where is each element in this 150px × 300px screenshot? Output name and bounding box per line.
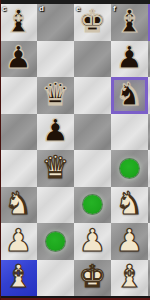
white-pawn-piece[interactable]: ♟ xyxy=(79,225,107,256)
square-e6[interactable] xyxy=(74,77,111,114)
square-d1[interactable] xyxy=(37,260,74,297)
square-f1[interactable]: ♝ xyxy=(111,260,148,297)
chess-board[interactable]: c♝de♚f♝♟♟♛♞♟♛♞♞♟♟♟♝♚♝ xyxy=(0,4,150,296)
square-e8[interactable]: e♚ xyxy=(74,4,111,41)
square-f5[interactable] xyxy=(111,114,148,151)
left-screen-edge xyxy=(0,0,1,300)
square-c5[interactable] xyxy=(0,114,37,151)
white-pawn-piece[interactable]: ♟ xyxy=(116,225,144,256)
square-d3[interactable] xyxy=(37,187,74,224)
black-pawn-piece[interactable]: ♟ xyxy=(5,42,33,73)
black-pawn-piece[interactable]: ♟ xyxy=(116,42,144,73)
square-d7[interactable] xyxy=(37,41,74,78)
square-c3[interactable]: ♞ xyxy=(0,187,37,224)
square-d2[interactable] xyxy=(37,223,74,260)
square-c8[interactable]: c♝ xyxy=(0,4,37,41)
square-d4[interactable]: ♛ xyxy=(37,150,74,187)
black-king-piece[interactable]: ♚ xyxy=(79,6,107,37)
square-e4[interactable] xyxy=(74,150,111,187)
square-c2[interactable]: ♟ xyxy=(0,223,37,260)
file-label-d: d xyxy=(39,4,44,13)
legal-move-dot[interactable] xyxy=(120,159,139,178)
square-c7[interactable]: ♟ xyxy=(0,41,37,78)
square-f3[interactable]: ♞ xyxy=(111,187,148,224)
legal-move-dot[interactable] xyxy=(46,232,65,251)
white-knight-piece[interactable]: ♞ xyxy=(5,188,33,219)
square-g4[interactable] xyxy=(148,150,150,187)
square-e1[interactable]: ♚ xyxy=(74,260,111,297)
square-c4[interactable] xyxy=(0,150,37,187)
legal-move-dot[interactable] xyxy=(83,195,102,214)
square-f7[interactable]: ♟ xyxy=(111,41,148,78)
square-g2[interactable] xyxy=(148,223,150,260)
square-e5[interactable] xyxy=(74,114,111,151)
black-knight-piece[interactable]: ♞ xyxy=(116,79,144,110)
square-f6[interactable]: ♞ xyxy=(111,77,148,114)
square-c1[interactable]: ♝ xyxy=(0,260,37,297)
square-g3[interactable] xyxy=(148,187,150,224)
square-d6[interactable]: ♛ xyxy=(37,77,74,114)
white-bishop-piece[interactable]: ♝ xyxy=(116,261,144,292)
square-g8[interactable] xyxy=(148,4,150,41)
square-g6[interactable] xyxy=(148,77,150,114)
file-label-c: c xyxy=(2,4,6,13)
black-pawn-piece[interactable]: ♟ xyxy=(42,115,70,146)
black-bishop-piece[interactable]: ♝ xyxy=(5,6,33,37)
square-e3[interactable] xyxy=(74,187,111,224)
square-d5[interactable]: ♟ xyxy=(37,114,74,151)
white-bishop-piece[interactable]: ♝ xyxy=(5,261,33,292)
file-label-e: e xyxy=(76,4,80,13)
square-c6[interactable] xyxy=(0,77,37,114)
square-g1[interactable] xyxy=(148,260,150,297)
file-label-f: f xyxy=(113,4,116,13)
black-queen-piece[interactable]: ♛ xyxy=(42,79,70,110)
bottom-edge-bar xyxy=(0,296,150,300)
square-e2[interactable]: ♟ xyxy=(74,223,111,260)
white-queen-piece[interactable]: ♛ xyxy=(42,152,70,183)
square-e7[interactable] xyxy=(74,41,111,78)
square-d8[interactable]: d xyxy=(37,4,74,41)
black-bishop-piece[interactable]: ♝ xyxy=(116,6,144,37)
square-f4[interactable] xyxy=(111,150,148,187)
white-pawn-piece[interactable]: ♟ xyxy=(5,225,33,256)
square-g7[interactable] xyxy=(148,41,150,78)
square-g5[interactable] xyxy=(148,114,150,151)
square-f8[interactable]: f♝ xyxy=(111,4,148,41)
white-knight-piece[interactable]: ♞ xyxy=(116,188,144,219)
white-king-piece[interactable]: ♚ xyxy=(79,261,107,292)
chess-app-screen: c♝de♚f♝♟♟♛♞♟♛♞♞♟♟♟♝♚♝ xyxy=(0,0,150,300)
square-f2[interactable]: ♟ xyxy=(111,223,148,260)
